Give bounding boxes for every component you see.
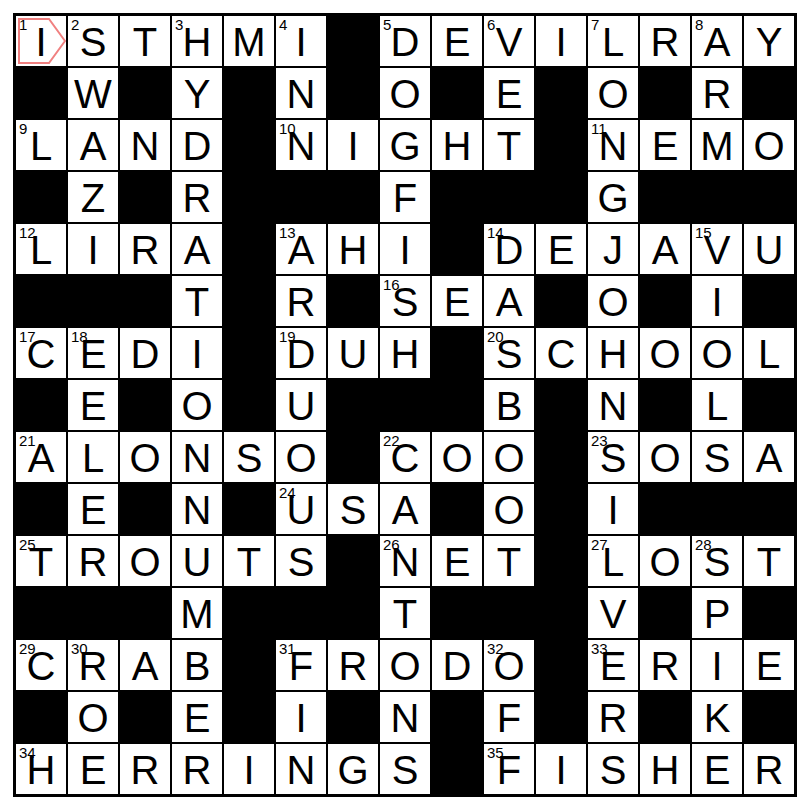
cell-letter: D — [380, 22, 430, 62]
block-cell-11-14 — [743, 587, 795, 639]
cell-letter: R — [276, 282, 326, 322]
letter-cell-0-3[interactable]: 3H — [171, 15, 223, 67]
clue-number: 2 — [71, 17, 79, 32]
letter-cell-4-10[interactable]: E — [535, 223, 587, 275]
cell-letter: S — [692, 542, 742, 582]
letter-cell-3-7[interactable]: F — [379, 171, 431, 223]
letter-cell-2-14[interactable]: O — [743, 119, 795, 171]
letter-cell-8-14[interactable]: A — [743, 431, 795, 483]
letter-cell-4-12[interactable]: A — [639, 223, 691, 275]
cell-letter: L — [692, 386, 742, 426]
letter-cell-14-2[interactable]: R — [119, 743, 171, 795]
letter-cell-1-9[interactable]: E — [483, 67, 535, 119]
cell-letter: G — [588, 178, 638, 218]
cell-letter: N — [276, 750, 326, 790]
block-cell-3-6 — [327, 171, 379, 223]
letter-cell-12-14[interactable]: E — [743, 639, 795, 691]
cell-letter: Y — [744, 22, 794, 62]
letter-cell-12-5[interactable]: 31F — [275, 639, 327, 691]
letter-cell-2-8[interactable]: H — [431, 119, 483, 171]
cell-letter: S — [328, 490, 378, 530]
letter-cell-5-3[interactable]: T — [171, 275, 223, 327]
block-cell-13-14 — [743, 691, 795, 743]
clue-number: 3 — [175, 17, 183, 32]
clue-number: 25 — [19, 537, 36, 552]
cell-letter: L — [16, 126, 66, 166]
cell-letter: H — [432, 126, 482, 166]
letter-cell-2-5[interactable]: 10N — [275, 119, 327, 171]
cell-letter: O — [640, 438, 690, 478]
letter-cell-4-9[interactable]: 14D — [483, 223, 535, 275]
block-cell-5-10 — [535, 275, 587, 327]
letter-cell-12-8[interactable]: D — [431, 639, 483, 691]
letter-cell-5-7[interactable]: 16S — [379, 275, 431, 327]
cell-letter: F — [380, 178, 430, 218]
block-cell-3-8 — [431, 171, 483, 223]
clue-number: 6 — [487, 17, 495, 32]
cell-letter: R — [172, 750, 222, 790]
block-cell-3-0 — [15, 171, 67, 223]
letter-cell-11-3[interactable]: M — [171, 587, 223, 639]
cell-letter: D — [432, 646, 482, 686]
cell-letter: S — [380, 750, 430, 790]
letter-cell-10-14[interactable]: T — [743, 535, 795, 587]
letter-cell-11-13[interactable]: P — [691, 587, 743, 639]
block-cell-1-6 — [327, 67, 379, 119]
letter-cell-0-11[interactable]: 7L — [587, 15, 639, 67]
cell-letter: H — [16, 750, 66, 790]
letter-cell-8-2[interactable]: O — [119, 431, 171, 483]
clue-number: 31 — [279, 641, 296, 656]
letter-cell-0-14[interactable]: Y — [743, 15, 795, 67]
letter-cell-14-11[interactable]: S — [587, 743, 639, 795]
letter-cell-8-4[interactable]: S — [223, 431, 275, 483]
letter-cell-4-2[interactable]: R — [119, 223, 171, 275]
letter-cell-0-0[interactable]: 1I — [15, 15, 67, 67]
clue-number: 14 — [487, 225, 504, 240]
cell-letter: O — [120, 542, 170, 582]
clue-number: 7 — [591, 17, 599, 32]
letter-cell-1-1[interactable]: W — [67, 67, 119, 119]
letter-cell-6-2[interactable]: D — [119, 327, 171, 379]
letter-cell-13-3[interactable]: E — [171, 691, 223, 743]
block-cell-7-7 — [379, 379, 431, 431]
cell-letter: T — [224, 542, 274, 582]
letter-cell-6-7[interactable]: H — [379, 327, 431, 379]
cell-letter: T — [16, 542, 66, 582]
cell-letter: A — [68, 126, 118, 166]
letter-cell-6-10[interactable]: C — [535, 327, 587, 379]
cell-letter: E — [432, 282, 482, 322]
letter-cell-14-14[interactable]: R — [743, 743, 795, 795]
letter-cell-6-14[interactable]: L — [743, 327, 795, 379]
letter-cell-6-1[interactable]: 18E — [67, 327, 119, 379]
letter-cell-14-10[interactable]: I — [535, 743, 587, 795]
letter-cell-10-1[interactable]: R — [67, 535, 119, 587]
block-cell-13-8 — [431, 691, 483, 743]
letter-cell-9-6[interactable]: S — [327, 483, 379, 535]
letter-cell-14-9[interactable]: 35F — [483, 743, 535, 795]
cell-letter: N — [380, 698, 430, 738]
letter-cell-4-3[interactable]: A — [171, 223, 223, 275]
letter-cell-4-14[interactable]: U — [743, 223, 795, 275]
cell-letter: A — [692, 22, 742, 62]
cell-letter: D — [276, 334, 326, 374]
letter-cell-2-9[interactable]: T — [483, 119, 535, 171]
block-cell-5-2 — [119, 275, 171, 327]
letter-cell-14-0[interactable]: 34H — [15, 743, 67, 795]
letter-cell-12-13[interactable]: I — [691, 639, 743, 691]
letter-cell-12-11[interactable]: 33E — [587, 639, 639, 691]
cell-letter: I — [68, 230, 118, 270]
cell-letter: E — [432, 22, 482, 62]
cell-letter: L — [744, 334, 794, 374]
cell-letter: E — [68, 490, 118, 530]
block-cell-9-13 — [691, 483, 743, 535]
cell-letter: A — [276, 230, 326, 270]
cell-letter: L — [588, 542, 638, 582]
cell-letter: O — [484, 438, 534, 478]
cell-letter: O — [744, 126, 794, 166]
letter-cell-13-9[interactable]: F — [483, 691, 535, 743]
cell-letter: I — [380, 230, 430, 270]
cell-letter: G — [328, 750, 378, 790]
letter-cell-0-1[interactable]: 2S — [67, 15, 119, 67]
cell-letter: O — [120, 438, 170, 478]
letter-cell-0-4[interactable]: M — [223, 15, 275, 67]
clue-number: 16 — [383, 277, 400, 292]
letter-cell-8-12[interactable]: O — [639, 431, 691, 483]
letter-cell-13-11[interactable]: R — [587, 691, 639, 743]
letter-cell-5-8[interactable]: E — [431, 275, 483, 327]
clue-number: 10 — [279, 121, 296, 136]
letter-cell-12-6[interactable]: R — [327, 639, 379, 691]
letter-cell-7-9[interactable]: B — [483, 379, 535, 431]
letter-cell-12-9[interactable]: 32O — [483, 639, 535, 691]
letter-cell-14-13[interactable]: E — [691, 743, 743, 795]
block-cell-9-0 — [15, 483, 67, 535]
letter-cell-2-6[interactable]: I — [327, 119, 379, 171]
letter-cell-1-7[interactable]: O — [379, 67, 431, 119]
letter-cell-5-13[interactable]: I — [691, 275, 743, 327]
letter-cell-8-11[interactable]: 23S — [587, 431, 639, 483]
cell-letter: B — [484, 386, 534, 426]
letter-cell-14-1[interactable]: E — [67, 743, 119, 795]
cell-letter: E — [432, 542, 482, 582]
block-cell-1-2 — [119, 67, 171, 119]
letter-cell-10-7[interactable]: 26N — [379, 535, 431, 587]
cell-letter: N — [276, 74, 326, 114]
cell-letter: U — [276, 386, 326, 426]
letter-cell-6-13[interactable]: O — [691, 327, 743, 379]
letter-cell-7-5[interactable]: U — [275, 379, 327, 431]
letter-cell-4-0[interactable]: 12L — [15, 223, 67, 275]
letter-cell-13-13[interactable]: K — [691, 691, 743, 743]
letter-cell-2-0[interactable]: 9L — [15, 119, 67, 171]
block-cell-7-14 — [743, 379, 795, 431]
letter-cell-3-1[interactable]: Z — [67, 171, 119, 223]
letter-cell-9-9[interactable]: O — [483, 483, 535, 535]
cell-letter: R — [68, 542, 118, 582]
letter-cell-10-3[interactable]: U — [171, 535, 223, 587]
letter-cell-9-7[interactable]: A — [379, 483, 431, 535]
letter-cell-3-11[interactable]: G — [587, 171, 639, 223]
clue-number: 17 — [19, 329, 36, 344]
cell-letter: T — [484, 126, 534, 166]
cell-letter: H — [380, 334, 430, 374]
cell-letter: I — [16, 22, 66, 62]
cell-letter: A — [744, 438, 794, 478]
letter-cell-0-10[interactable]: I — [535, 15, 587, 67]
cell-letter: K — [692, 698, 742, 738]
block-cell-11-10 — [535, 587, 587, 639]
letter-cell-9-1[interactable]: E — [67, 483, 119, 535]
cursor-arrow-icon — [16, 16, 66, 66]
cell-letter: A — [380, 490, 430, 530]
letter-cell-8-5[interactable]: O — [275, 431, 327, 483]
letter-cell-10-2[interactable]: O — [119, 535, 171, 587]
cell-letter: I — [276, 698, 326, 738]
letter-cell-10-9[interactable]: T — [483, 535, 535, 587]
letter-cell-4-6[interactable]: H — [327, 223, 379, 275]
letter-cell-8-7[interactable]: 22C — [379, 431, 431, 483]
cell-letter: O — [588, 74, 638, 114]
block-cell-7-8 — [431, 379, 483, 431]
block-cell-1-0 — [15, 67, 67, 119]
letter-cell-4-11[interactable]: J — [587, 223, 639, 275]
letter-cell-13-7[interactable]: N — [379, 691, 431, 743]
block-cell-7-6 — [327, 379, 379, 431]
cell-letter: B — [172, 646, 222, 686]
letter-cell-10-8[interactable]: E — [431, 535, 483, 587]
letter-cell-11-11[interactable]: V — [587, 587, 639, 639]
block-cell-3-2 — [119, 171, 171, 223]
block-cell-9-4 — [223, 483, 275, 535]
letter-cell-11-7[interactable]: T — [379, 587, 431, 639]
block-cell-10-6 — [327, 535, 379, 587]
letter-cell-5-9[interactable]: A — [483, 275, 535, 327]
letter-cell-6-9[interactable]: 20S — [483, 327, 535, 379]
letter-cell-14-6[interactable]: G — [327, 743, 379, 795]
cell-letter: U — [276, 490, 326, 530]
block-cell-5-4 — [223, 275, 275, 327]
clue-number: 13 — [279, 225, 296, 240]
letter-cell-7-3[interactable]: O — [171, 379, 223, 431]
clue-number: 35 — [487, 745, 504, 760]
block-cell-6-8 — [431, 327, 483, 379]
cell-letter: O — [484, 646, 534, 686]
letter-cell-0-12[interactable]: R — [639, 15, 691, 67]
block-cell-13-4 — [223, 691, 275, 743]
cell-letter: R — [120, 230, 170, 270]
cell-letter: A — [16, 438, 66, 478]
cell-letter: U — [328, 334, 378, 374]
block-cell-13-0 — [15, 691, 67, 743]
letter-cell-8-9[interactable]: O — [483, 431, 535, 483]
letter-cell-0-5[interactable]: 4I — [275, 15, 327, 67]
letter-cell-2-1[interactable]: A — [67, 119, 119, 171]
block-cell-8-6 — [327, 431, 379, 483]
cell-letter: N — [120, 126, 170, 166]
letter-cell-4-13[interactable]: 15V — [691, 223, 743, 275]
letter-cell-8-0[interactable]: 21A — [15, 431, 67, 483]
clue-number: 24 — [279, 485, 296, 500]
letter-cell-10-4[interactable]: T — [223, 535, 275, 587]
clue-number: 8 — [695, 17, 703, 32]
letter-cell-10-0[interactable]: 25T — [15, 535, 67, 587]
letter-cell-2-13[interactable]: M — [691, 119, 743, 171]
letter-cell-7-1[interactable]: E — [67, 379, 119, 431]
letter-cell-6-12[interactable]: O — [639, 327, 691, 379]
letter-cell-13-5[interactable]: I — [275, 691, 327, 743]
block-cell-11-4 — [223, 587, 275, 639]
cell-letter: I — [536, 750, 586, 790]
letter-cell-4-5[interactable]: 13A — [275, 223, 327, 275]
letter-cell-0-8[interactable]: E — [431, 15, 483, 67]
letter-cell-10-11[interactable]: 27L — [587, 535, 639, 587]
cell-letter: H — [172, 22, 222, 62]
letter-cell-8-13[interactable]: S — [691, 431, 743, 483]
block-cell-2-10 — [535, 119, 587, 171]
letter-cell-14-7[interactable]: S — [379, 743, 431, 795]
letter-cell-14-3[interactable]: R — [171, 743, 223, 795]
cell-letter: G — [380, 126, 430, 166]
cell-letter: S — [276, 542, 326, 582]
letter-cell-10-12[interactable]: O — [639, 535, 691, 587]
letter-cell-1-11[interactable]: O — [587, 67, 639, 119]
letter-cell-12-0[interactable]: 29C — [15, 639, 67, 691]
cell-letter: N — [588, 126, 638, 166]
block-cell-1-12 — [639, 67, 691, 119]
cell-letter: Z — [68, 178, 118, 218]
cell-letter: A — [640, 230, 690, 270]
letter-cell-13-1[interactable]: O — [67, 691, 119, 743]
clue-number: 23 — [591, 433, 608, 448]
cell-letter: S — [380, 282, 430, 322]
cell-letter: I — [328, 126, 378, 166]
block-cell-11-8 — [431, 587, 483, 639]
block-cell-9-2 — [119, 483, 171, 535]
letter-cell-12-7[interactable]: O — [379, 639, 431, 691]
cell-letter: E — [68, 750, 118, 790]
block-cell-14-8 — [431, 743, 483, 795]
clue-number: 26 — [383, 537, 400, 552]
cell-letter: E — [68, 386, 118, 426]
block-cell-0-6 — [327, 15, 379, 67]
block-cell-12-4 — [223, 639, 275, 691]
cell-letter: I — [692, 646, 742, 686]
block-cell-3-14 — [743, 171, 795, 223]
block-cell-11-0 — [15, 587, 67, 639]
clue-number: 29 — [19, 641, 36, 656]
cell-letter: R — [120, 750, 170, 790]
letter-cell-2-12[interactable]: E — [639, 119, 691, 171]
cell-letter: I — [536, 22, 586, 62]
letter-cell-6-6[interactable]: U — [327, 327, 379, 379]
letter-cell-1-13[interactable]: R — [691, 67, 743, 119]
letter-cell-8-1[interactable]: L — [67, 431, 119, 483]
clue-number: 1 — [19, 17, 27, 32]
letter-cell-2-7[interactable]: G — [379, 119, 431, 171]
cell-letter: N — [588, 386, 638, 426]
letter-cell-10-5[interactable]: S — [275, 535, 327, 587]
block-cell-8-10 — [535, 431, 587, 483]
letter-cell-7-13[interactable]: L — [691, 379, 743, 431]
letter-cell-6-0[interactable]: 17C — [15, 327, 67, 379]
cell-letter: L — [68, 438, 118, 478]
cell-letter: T — [744, 542, 794, 582]
cell-letter: L — [588, 22, 638, 62]
clue-number: 33 — [591, 641, 608, 656]
letter-cell-5-5[interactable]: R — [275, 275, 327, 327]
letter-cell-6-11[interactable]: H — [587, 327, 639, 379]
letter-cell-1-3[interactable]: Y — [171, 67, 223, 119]
letter-cell-7-11[interactable]: N — [587, 379, 639, 431]
letter-cell-12-12[interactable]: R — [639, 639, 691, 691]
letter-cell-6-3[interactable]: I — [171, 327, 223, 379]
letter-cell-8-8[interactable]: O — [431, 431, 483, 483]
letter-cell-4-1[interactable]: I — [67, 223, 119, 275]
letter-cell-14-4[interactable]: I — [223, 743, 275, 795]
cell-letter: O — [588, 282, 638, 322]
letter-cell-14-12[interactable]: H — [639, 743, 691, 795]
cell-letter: I — [276, 22, 326, 62]
block-cell-6-4 — [223, 327, 275, 379]
cell-letter: S — [588, 438, 638, 478]
cell-letter: S — [588, 750, 638, 790]
letter-cell-0-13[interactable]: 8A — [691, 15, 743, 67]
letter-cell-9-3[interactable]: N — [171, 483, 223, 535]
letter-cell-3-3[interactable]: R — [171, 171, 223, 223]
letter-cell-2-3[interactable]: D — [171, 119, 223, 171]
letter-cell-12-2[interactable]: A — [119, 639, 171, 691]
block-cell-11-1 — [67, 587, 119, 639]
letter-cell-0-7[interactable]: 5D — [379, 15, 431, 67]
cell-letter: H — [328, 230, 378, 270]
letter-cell-0-2[interactable]: T — [119, 15, 171, 67]
cell-letter: D — [484, 230, 534, 270]
block-cell-11-12 — [639, 587, 691, 639]
letter-cell-1-5[interactable]: N — [275, 67, 327, 119]
block-cell-5-1 — [67, 275, 119, 327]
cell-letter: A — [484, 282, 534, 322]
cell-letter: R — [588, 698, 638, 738]
letter-cell-9-5[interactable]: 24U — [275, 483, 327, 535]
clue-number: 15 — [695, 225, 712, 240]
letter-cell-10-13[interactable]: 28S — [691, 535, 743, 587]
letter-cell-6-5[interactable]: 19D — [275, 327, 327, 379]
letter-cell-14-5[interactable]: N — [275, 743, 327, 795]
letter-cell-0-9[interactable]: 6V — [483, 15, 535, 67]
cell-letter: C — [536, 334, 586, 374]
block-cell-13-2 — [119, 691, 171, 743]
cell-letter: O — [640, 542, 690, 582]
letter-cell-12-1[interactable]: 30R — [67, 639, 119, 691]
block-cell-7-2 — [119, 379, 171, 431]
letter-cell-5-11[interactable]: O — [587, 275, 639, 327]
letter-cell-2-2[interactable]: N — [119, 119, 171, 171]
cell-letter: R — [172, 178, 222, 218]
letter-cell-12-3[interactable]: B — [171, 639, 223, 691]
letter-cell-9-11[interactable]: I — [587, 483, 639, 535]
letter-cell-2-11[interactable]: 11N — [587, 119, 639, 171]
clue-number: 9 — [19, 121, 27, 136]
letter-cell-4-7[interactable]: I — [379, 223, 431, 275]
cell-letter: A — [172, 230, 222, 270]
cell-letter: V — [588, 594, 638, 634]
letter-cell-8-3[interactable]: N — [171, 431, 223, 483]
clue-number: 22 — [383, 433, 400, 448]
